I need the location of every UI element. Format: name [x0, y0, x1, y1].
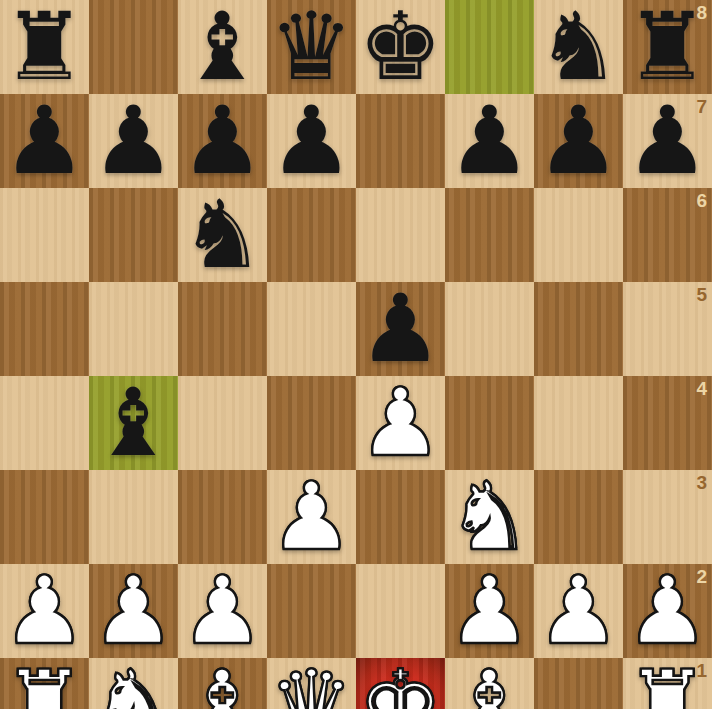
square-f5[interactable]	[445, 282, 534, 376]
piece-black-rook[interactable]: ♜	[625, 0, 709, 94]
piece-white-bishop[interactable]: ♝	[447, 658, 531, 709]
square-b6[interactable]	[89, 188, 178, 282]
piece-black-pawn[interactable]: ♟	[2, 94, 86, 188]
square-f8[interactable]	[445, 0, 534, 94]
piece-black-king[interactable]: ♚	[358, 0, 442, 94]
piece-white-pawn[interactable]: ♟	[91, 564, 175, 658]
square-c2[interactable]: ♟	[178, 564, 267, 658]
square-f7[interactable]: ♟	[445, 94, 534, 188]
square-h3[interactable]: 3	[623, 470, 712, 564]
piece-black-knight[interactable]: ♞	[536, 0, 620, 94]
square-g1[interactable]: g	[534, 658, 623, 709]
piece-white-knight[interactable]: ♞	[91, 658, 175, 709]
square-h5[interactable]: 5	[623, 282, 712, 376]
square-a4[interactable]	[0, 376, 89, 470]
square-e6[interactable]	[356, 188, 445, 282]
square-g2[interactable]: ♟	[534, 564, 623, 658]
square-d8[interactable]: ♛	[267, 0, 356, 94]
square-a7[interactable]: ♟	[0, 94, 89, 188]
square-c5[interactable]	[178, 282, 267, 376]
square-g3[interactable]	[534, 470, 623, 564]
piece-white-rook[interactable]: ♜	[625, 658, 709, 709]
square-g7[interactable]: ♟	[534, 94, 623, 188]
square-d3[interactable]: ♟	[267, 470, 356, 564]
square-f1[interactable]: ♝f	[445, 658, 534, 709]
square-d4[interactable]	[267, 376, 356, 470]
square-f4[interactable]	[445, 376, 534, 470]
piece-white-pawn[interactable]: ♟	[447, 564, 531, 658]
square-h4[interactable]: 4	[623, 376, 712, 470]
piece-black-knight[interactable]: ♞	[180, 188, 264, 282]
square-b8[interactable]	[89, 0, 178, 94]
square-e7[interactable]	[356, 94, 445, 188]
square-b5[interactable]	[89, 282, 178, 376]
square-h1[interactable]: ♜1h	[623, 658, 712, 709]
square-a2[interactable]: ♟	[0, 564, 89, 658]
square-d6[interactable]	[267, 188, 356, 282]
square-b3[interactable]	[89, 470, 178, 564]
square-g6[interactable]	[534, 188, 623, 282]
piece-black-pawn[interactable]: ♟	[180, 94, 264, 188]
piece-white-pawn[interactable]: ♟	[2, 564, 86, 658]
piece-black-pawn[interactable]: ♟	[269, 94, 353, 188]
square-e5[interactable]: ♟	[356, 282, 445, 376]
piece-white-pawn[interactable]: ♟	[625, 564, 709, 658]
rank-label-3: 3	[696, 472, 707, 494]
square-d1[interactable]: ♛d	[267, 658, 356, 709]
square-e3[interactable]	[356, 470, 445, 564]
square-c6[interactable]: ♞	[178, 188, 267, 282]
square-c1[interactable]: ♝c	[178, 658, 267, 709]
piece-black-pawn[interactable]: ♟	[447, 94, 531, 188]
square-c7[interactable]: ♟	[178, 94, 267, 188]
piece-white-pawn[interactable]: ♟	[269, 470, 353, 564]
rank-label-4: 4	[696, 378, 707, 400]
square-b2[interactable]: ♟	[89, 564, 178, 658]
square-h6[interactable]: 6	[623, 188, 712, 282]
square-e8[interactable]: ♚	[356, 0, 445, 94]
square-h7[interactable]: ♟7	[623, 94, 712, 188]
piece-black-bishop[interactable]: ♝	[91, 376, 175, 470]
piece-white-pawn[interactable]: ♟	[358, 376, 442, 470]
piece-white-queen[interactable]: ♛	[269, 658, 353, 709]
square-g8[interactable]: ♞	[534, 0, 623, 94]
piece-black-pawn[interactable]: ♟	[91, 94, 175, 188]
square-b7[interactable]: ♟	[89, 94, 178, 188]
piece-black-pawn[interactable]: ♟	[536, 94, 620, 188]
piece-black-queen[interactable]: ♛	[269, 0, 353, 94]
square-a8[interactable]: ♜	[0, 0, 89, 94]
piece-white-pawn[interactable]: ♟	[536, 564, 620, 658]
square-b1[interactable]: ♞b	[89, 658, 178, 709]
square-g5[interactable]	[534, 282, 623, 376]
square-h8[interactable]: ♜8	[623, 0, 712, 94]
square-e1[interactable]: ♚e	[356, 658, 445, 709]
piece-white-knight[interactable]: ♞	[447, 470, 531, 564]
square-h2[interactable]: ♟2	[623, 564, 712, 658]
square-d7[interactable]: ♟	[267, 94, 356, 188]
square-a5[interactable]	[0, 282, 89, 376]
piece-white-king[interactable]: ♚	[358, 658, 442, 709]
piece-black-pawn[interactable]: ♟	[358, 282, 442, 376]
square-g4[interactable]	[534, 376, 623, 470]
piece-white-rook[interactable]: ♜	[2, 658, 86, 709]
square-c3[interactable]	[178, 470, 267, 564]
chess-board: ♜♝♛♚♞♜8♟♟♟♟♟♟♟7♞6♟5♝♟4♟♞3♟♟♟♟♟♟2♜a♞b♝c♛d…	[0, 0, 712, 709]
square-e4[interactable]: ♟	[356, 376, 445, 470]
rank-label-5: 5	[696, 284, 707, 306]
square-d2[interactable]	[267, 564, 356, 658]
square-c8[interactable]: ♝	[178, 0, 267, 94]
piece-white-pawn[interactable]: ♟	[180, 564, 264, 658]
piece-black-pawn[interactable]: ♟	[625, 94, 709, 188]
square-f3[interactable]: ♞	[445, 470, 534, 564]
piece-black-rook[interactable]: ♜	[2, 0, 86, 94]
square-e2[interactable]	[356, 564, 445, 658]
piece-white-bishop[interactable]: ♝	[180, 658, 264, 709]
square-f2[interactable]: ♟	[445, 564, 534, 658]
piece-black-bishop[interactable]: ♝	[180, 0, 264, 94]
square-d5[interactable]	[267, 282, 356, 376]
square-a1[interactable]: ♜a	[0, 658, 89, 709]
square-f6[interactable]	[445, 188, 534, 282]
square-a6[interactable]	[0, 188, 89, 282]
square-c4[interactable]	[178, 376, 267, 470]
square-a3[interactable]	[0, 470, 89, 564]
square-b4[interactable]: ♝	[89, 376, 178, 470]
